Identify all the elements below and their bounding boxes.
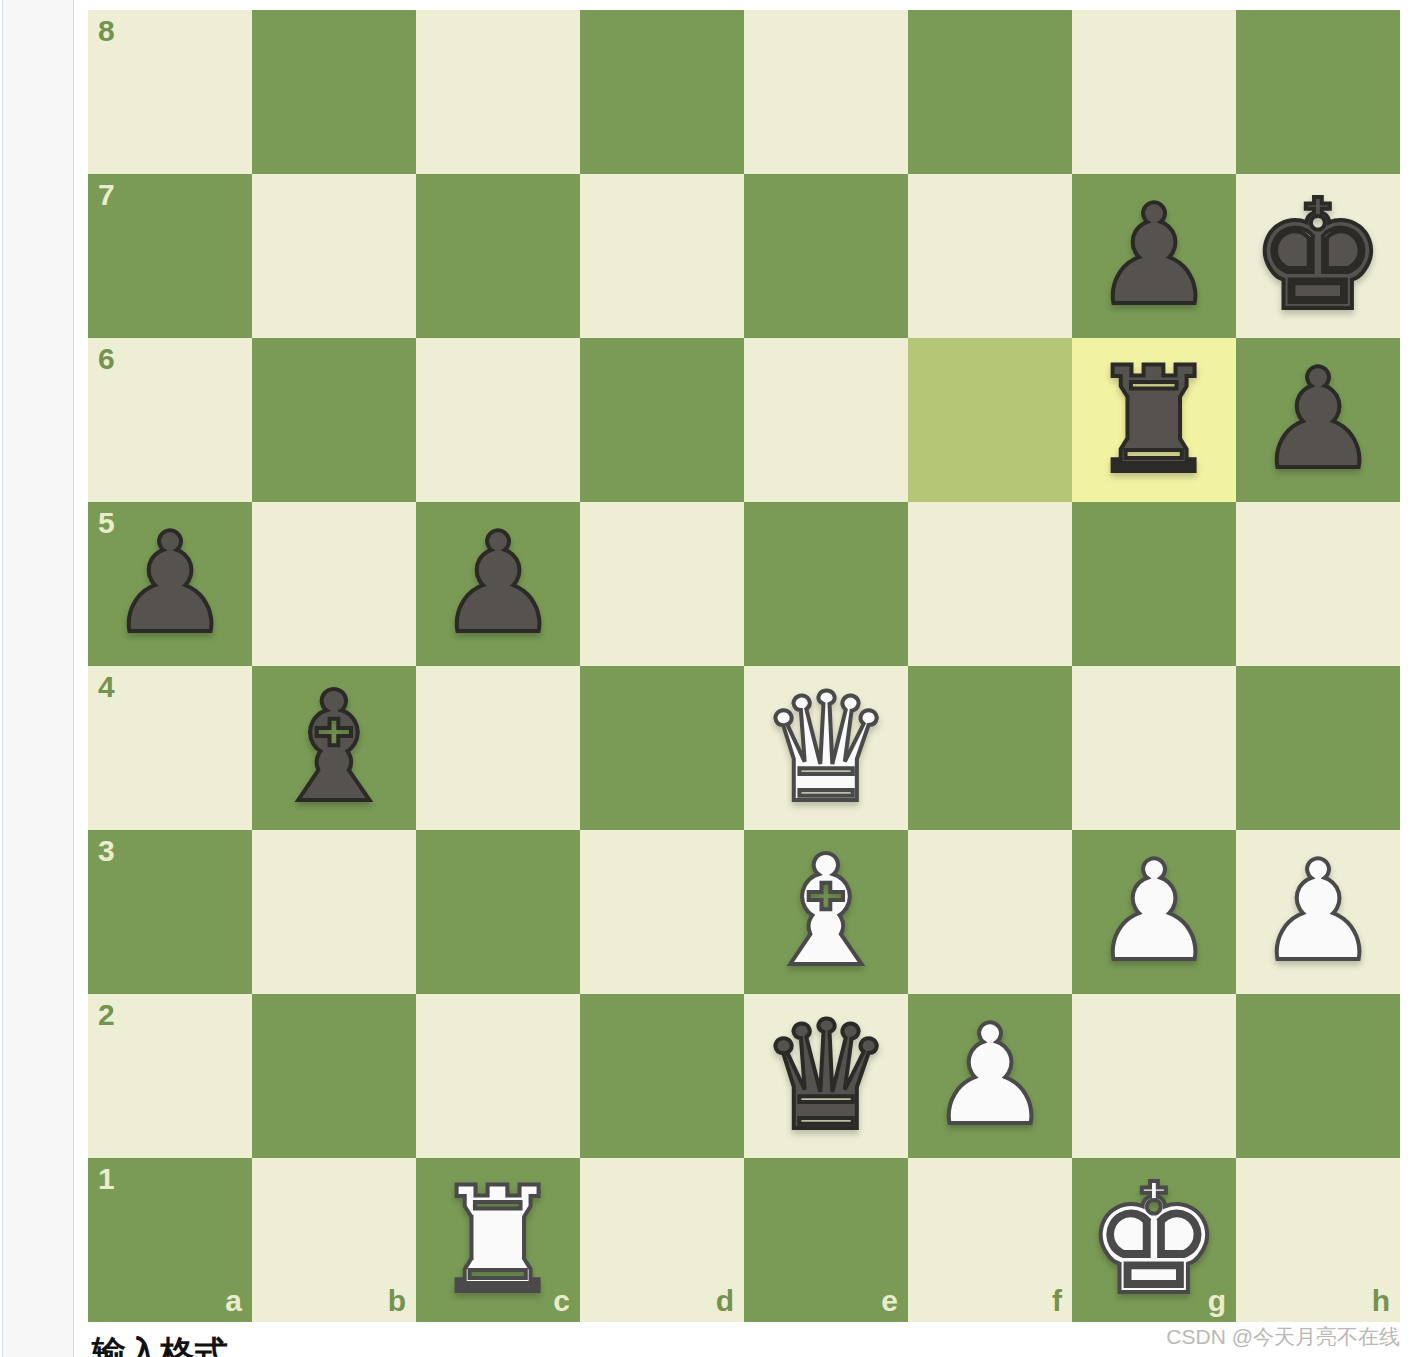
square-a2[interactable]: 2 [88,994,252,1158]
square-b1[interactable]: b [252,1158,416,1322]
file-label-e: e [881,1286,898,1316]
piece-black-pawn-a5[interactable]: ♟ [108,515,232,653]
square-h4[interactable] [1236,666,1400,830]
piece-black-pawn-c5[interactable]: ♟ [436,515,560,653]
square-e4[interactable]: ♛ [744,666,908,830]
square-g3[interactable]: ♟ [1072,830,1236,994]
square-h6[interactable]: ♟ [1236,338,1400,502]
square-h8[interactable] [1236,10,1400,174]
square-e7[interactable] [744,174,908,338]
square-g8[interactable] [1072,10,1236,174]
square-c5[interactable]: ♟ [416,502,580,666]
rank-label-8: 8 [98,16,115,46]
square-c3[interactable] [416,830,580,994]
square-f5[interactable] [908,502,1072,666]
piece-white-rook-c1[interactable]: ♜ [433,1167,564,1313]
square-a6[interactable]: 6 [88,338,252,502]
square-c1[interactable]: c♜ [416,1158,580,1322]
square-h5[interactable] [1236,502,1400,666]
square-b3[interactable] [252,830,416,994]
square-c6[interactable] [416,338,580,502]
square-f6[interactable] [908,338,1072,502]
piece-white-pawn-f2[interactable]: ♟ [928,1007,1052,1145]
square-d7[interactable] [580,174,744,338]
piece-black-pawn-g7[interactable]: ♟ [1092,187,1216,325]
rank-label-1: 1 [98,1164,115,1194]
file-label-d: d [716,1286,734,1316]
piece-black-bishop-b4[interactable]: ♝ [266,672,402,824]
rank-label-3: 3 [98,836,115,866]
file-label-b: b [388,1286,406,1316]
square-c7[interactable] [416,174,580,338]
piece-black-pawn-h6[interactable]: ♟ [1256,351,1380,489]
csdn-watermark: CSDN @今天月亮不在线 [1166,1323,1400,1351]
square-e3[interactable]: ♝ [744,830,908,994]
square-e2[interactable]: ♛ [744,994,908,1158]
piece-white-bishop-e3[interactable]: ♝ [758,836,894,988]
square-g7[interactable]: ♟ [1072,174,1236,338]
square-d5[interactable] [580,502,744,666]
chess-board[interactable]: 87♟♚6♜♟5♟♟4♝♛3♝♟♟2♛♟1abc♜defg♚h [88,10,1400,1322]
piece-white-king-g1[interactable]: ♚ [1086,1164,1222,1316]
piece-white-pawn-g3[interactable]: ♟ [1092,843,1216,981]
square-a3[interactable]: 3 [88,830,252,994]
square-f2[interactable]: ♟ [908,994,1072,1158]
square-f4[interactable] [908,666,1072,830]
square-g1[interactable]: g♚ [1072,1158,1236,1322]
square-b7[interactable] [252,174,416,338]
square-c2[interactable] [416,994,580,1158]
left-gutter-strip [2,0,74,1357]
square-f8[interactable] [908,10,1072,174]
square-c4[interactable] [416,666,580,830]
square-g6[interactable]: ♜ [1072,338,1236,502]
square-d3[interactable] [580,830,744,994]
square-a8[interactable]: 8 [88,10,252,174]
file-label-a: a [225,1286,242,1316]
square-f7[interactable] [908,174,1072,338]
square-b4[interactable]: ♝ [252,666,416,830]
square-d2[interactable] [580,994,744,1158]
square-a7[interactable]: 7 [88,174,252,338]
square-d1[interactable]: d [580,1158,744,1322]
square-b2[interactable] [252,994,416,1158]
piece-black-queen-e2[interactable]: ♛ [759,1001,893,1151]
square-g4[interactable] [1072,666,1236,830]
square-f3[interactable] [908,830,1072,994]
square-a1[interactable]: 1a [88,1158,252,1322]
piece-white-queen-e4[interactable]: ♛ [759,673,893,823]
piece-black-rook-g6[interactable]: ♜ [1089,347,1220,493]
square-h3[interactable]: ♟ [1236,830,1400,994]
square-b5[interactable] [252,502,416,666]
rank-label-6: 6 [98,344,115,374]
square-b8[interactable] [252,10,416,174]
square-h7[interactable]: ♚ [1236,174,1400,338]
square-e5[interactable] [744,502,908,666]
file-label-f: f [1052,1286,1062,1316]
piece-black-king-h7[interactable]: ♚ [1250,180,1386,332]
square-g5[interactable] [1072,502,1236,666]
square-e1[interactable]: e [744,1158,908,1322]
page: 87♟♚6♜♟5♟♟4♝♛3♝♟♟2♛♟1abc♜defg♚h 输入格式 CSD… [0,0,1413,1357]
square-a5[interactable]: 5♟ [88,502,252,666]
section-heading: 输入格式 [92,1331,228,1357]
piece-white-pawn-h3[interactable]: ♟ [1256,843,1380,981]
square-g2[interactable] [1072,994,1236,1158]
square-h2[interactable] [1236,994,1400,1158]
square-e6[interactable] [744,338,908,502]
square-b6[interactable] [252,338,416,502]
square-d4[interactable] [580,666,744,830]
square-e8[interactable] [744,10,908,174]
square-f1[interactable]: f [908,1158,1072,1322]
file-label-h: h [1372,1286,1390,1316]
square-c8[interactable] [416,10,580,174]
rank-label-2: 2 [98,1000,115,1030]
square-h1[interactable]: h [1236,1158,1400,1322]
square-d8[interactable] [580,10,744,174]
square-a4[interactable]: 4 [88,666,252,830]
rank-label-4: 4 [98,672,115,702]
square-d6[interactable] [580,338,744,502]
rank-label-7: 7 [98,180,115,210]
